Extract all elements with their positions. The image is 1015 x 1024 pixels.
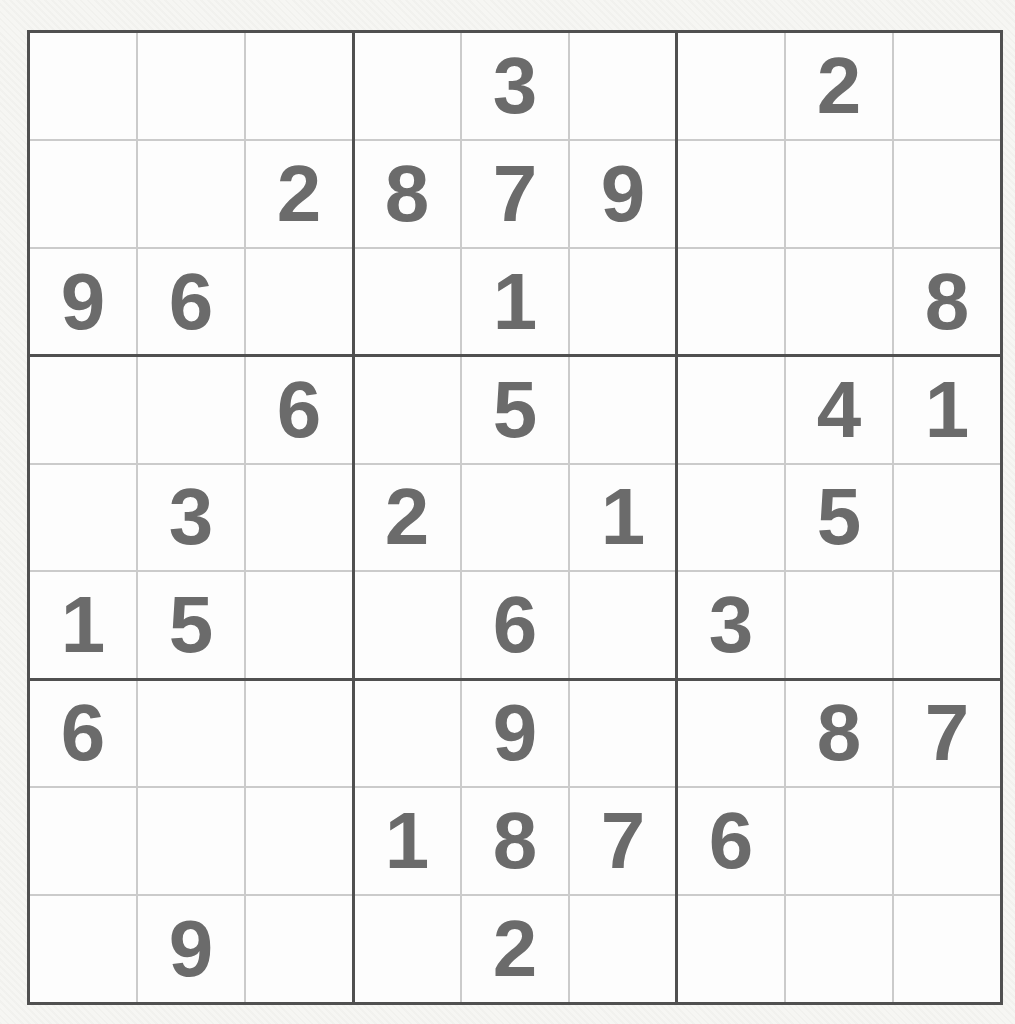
cell-r1c8[interactable]: 2	[786, 33, 892, 139]
cell-r3c6[interactable]	[570, 249, 676, 355]
cell-r4c1[interactable]	[30, 357, 136, 463]
cell-r8c2[interactable]	[138, 788, 244, 894]
cell-r7c3[interactable]	[246, 680, 352, 786]
cell-r2c9[interactable]	[894, 141, 1000, 247]
cell-r1c2[interactable]	[138, 33, 244, 139]
cell-r4c9[interactable]: 1	[894, 357, 1000, 463]
cell-r3c2[interactable]: 6	[138, 249, 244, 355]
cell-r6c1[interactable]: 1	[30, 572, 136, 678]
cell-r7c6[interactable]	[570, 680, 676, 786]
cell-r2c8[interactable]	[786, 141, 892, 247]
cell-r7c5[interactable]: 9	[462, 680, 568, 786]
cell-r4c4[interactable]	[354, 357, 460, 463]
cell-r2c2[interactable]	[138, 141, 244, 247]
cell-r8c6[interactable]: 7	[570, 788, 676, 894]
cell-r6c6[interactable]	[570, 572, 676, 678]
cell-r9c6[interactable]	[570, 896, 676, 1002]
cell-r4c2[interactable]	[138, 357, 244, 463]
block-separator-horizontal-1	[30, 354, 1000, 357]
cell-r5c7[interactable]	[678, 465, 784, 571]
cell-r6c9[interactable]	[894, 572, 1000, 678]
cell-r8c7[interactable]: 6	[678, 788, 784, 894]
block-separator-horizontal-2	[30, 678, 1000, 681]
cell-r1c5[interactable]: 3	[462, 33, 568, 139]
cell-r3c4[interactable]	[354, 249, 460, 355]
cell-r3c3[interactable]	[246, 249, 352, 355]
cell-r5c6[interactable]: 1	[570, 465, 676, 571]
cell-r4c8[interactable]: 4	[786, 357, 892, 463]
cell-r6c7[interactable]: 3	[678, 572, 784, 678]
cell-r7c9[interactable]: 7	[894, 680, 1000, 786]
cell-r8c5[interactable]: 8	[462, 788, 568, 894]
cell-r9c7[interactable]	[678, 896, 784, 1002]
cell-r4c6[interactable]	[570, 357, 676, 463]
cell-r7c2[interactable]	[138, 680, 244, 786]
cell-r8c9[interactable]	[894, 788, 1000, 894]
cell-r9c2[interactable]: 9	[138, 896, 244, 1002]
cell-r1c7[interactable]	[678, 33, 784, 139]
cell-r2c3[interactable]: 2	[246, 141, 352, 247]
cell-r3c8[interactable]	[786, 249, 892, 355]
cell-r7c1[interactable]: 6	[30, 680, 136, 786]
block-separator-vertical-2	[675, 33, 678, 1002]
cell-r6c4[interactable]	[354, 572, 460, 678]
cell-r6c5[interactable]: 6	[462, 572, 568, 678]
cell-r9c1[interactable]	[30, 896, 136, 1002]
cell-r1c4[interactable]	[354, 33, 460, 139]
cell-r6c3[interactable]	[246, 572, 352, 678]
cell-r3c9[interactable]: 8	[894, 249, 1000, 355]
cell-r8c4[interactable]: 1	[354, 788, 460, 894]
cell-r5c8[interactable]: 5	[786, 465, 892, 571]
cell-r5c5[interactable]	[462, 465, 568, 571]
cell-r4c7[interactable]	[678, 357, 784, 463]
cell-r9c8[interactable]	[786, 896, 892, 1002]
cell-r1c1[interactable]	[30, 33, 136, 139]
cell-r9c3[interactable]	[246, 896, 352, 1002]
cell-r1c6[interactable]	[570, 33, 676, 139]
cell-r5c2[interactable]: 3	[138, 465, 244, 571]
cell-r8c8[interactable]	[786, 788, 892, 894]
cell-r3c1[interactable]: 9	[30, 249, 136, 355]
block-separator-vertical-1	[352, 33, 355, 1002]
cell-r4c5[interactable]: 5	[462, 357, 568, 463]
cell-r6c8[interactable]	[786, 572, 892, 678]
cell-r3c5[interactable]: 1	[462, 249, 568, 355]
cell-r3c7[interactable]	[678, 249, 784, 355]
cell-r2c4[interactable]: 8	[354, 141, 460, 247]
cell-r7c4[interactable]	[354, 680, 460, 786]
cell-r8c1[interactable]	[30, 788, 136, 894]
page-background: 32287996186541321515636987187692	[0, 0, 1015, 1024]
cell-r2c7[interactable]	[678, 141, 784, 247]
cell-r7c7[interactable]	[678, 680, 784, 786]
cell-r7c8[interactable]: 8	[786, 680, 892, 786]
cell-r4c3[interactable]: 6	[246, 357, 352, 463]
cell-r1c3[interactable]	[246, 33, 352, 139]
sudoku-board: 32287996186541321515636987187692	[27, 30, 1003, 1005]
cell-r9c5[interactable]: 2	[462, 896, 568, 1002]
cell-r2c1[interactable]	[30, 141, 136, 247]
cell-r1c9[interactable]	[894, 33, 1000, 139]
cell-r5c4[interactable]: 2	[354, 465, 460, 571]
cell-r2c6[interactable]: 9	[570, 141, 676, 247]
cell-r9c9[interactable]	[894, 896, 1000, 1002]
cell-r9c4[interactable]	[354, 896, 460, 1002]
cell-r5c9[interactable]	[894, 465, 1000, 571]
cell-r2c5[interactable]: 7	[462, 141, 568, 247]
cell-r5c1[interactable]	[30, 465, 136, 571]
cell-r5c3[interactable]	[246, 465, 352, 571]
cell-r8c3[interactable]	[246, 788, 352, 894]
cell-r6c2[interactable]: 5	[138, 572, 244, 678]
